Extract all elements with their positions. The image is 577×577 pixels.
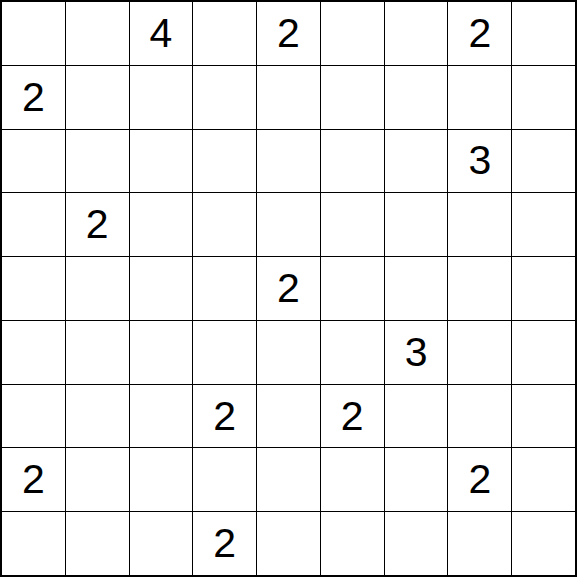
clue-cell-r2c1: 2 xyxy=(2,66,65,129)
empty-cell-r5c3[interactable] xyxy=(130,257,193,320)
empty-cell-r4c7[interactable] xyxy=(385,193,448,256)
empty-cell-r5c8[interactable] xyxy=(448,257,511,320)
empty-cell-r9c3[interactable] xyxy=(130,512,193,575)
empty-cell-r2c4[interactable] xyxy=(193,66,256,129)
clue-cell-r3c8: 3 xyxy=(448,130,511,193)
empty-cell-r5c6[interactable] xyxy=(321,257,384,320)
empty-cell-r8c6[interactable] xyxy=(321,448,384,511)
clue-cell-r1c3: 4 xyxy=(130,2,193,65)
empty-cell-r3c4[interactable] xyxy=(193,130,256,193)
clue-cell-r1c5: 2 xyxy=(257,2,320,65)
empty-cell-r1c1[interactable] xyxy=(2,2,65,65)
empty-cell-r3c7[interactable] xyxy=(385,130,448,193)
empty-cell-r1c4[interactable] xyxy=(193,2,256,65)
empty-cell-r4c4[interactable] xyxy=(193,193,256,256)
empty-cell-r6c6[interactable] xyxy=(321,321,384,384)
empty-cell-r7c8[interactable] xyxy=(448,385,511,448)
empty-cell-r8c2[interactable] xyxy=(66,448,129,511)
empty-cell-r2c9[interactable] xyxy=(512,66,575,129)
empty-cell-r6c4[interactable] xyxy=(193,321,256,384)
empty-cell-r8c3[interactable] xyxy=(130,448,193,511)
empty-cell-r1c2[interactable] xyxy=(66,2,129,65)
empty-cell-r2c5[interactable] xyxy=(257,66,320,129)
clue-cell-r1c8: 2 xyxy=(448,2,511,65)
empty-cell-r4c9[interactable] xyxy=(512,193,575,256)
empty-cell-r3c9[interactable] xyxy=(512,130,575,193)
empty-cell-r9c9[interactable] xyxy=(512,512,575,575)
empty-cell-r9c6[interactable] xyxy=(321,512,384,575)
empty-cell-r5c2[interactable] xyxy=(66,257,129,320)
empty-cell-r9c2[interactable] xyxy=(66,512,129,575)
empty-cell-r3c2[interactable] xyxy=(66,130,129,193)
empty-cell-r6c1[interactable] xyxy=(2,321,65,384)
empty-cell-r4c5[interactable] xyxy=(257,193,320,256)
empty-cell-r9c1[interactable] xyxy=(2,512,65,575)
empty-cell-r4c3[interactable] xyxy=(130,193,193,256)
empty-cell-r4c6[interactable] xyxy=(321,193,384,256)
empty-cell-r1c6[interactable] xyxy=(321,2,384,65)
empty-cell-r4c8[interactable] xyxy=(448,193,511,256)
empty-cell-r7c3[interactable] xyxy=(130,385,193,448)
empty-cell-r5c4[interactable] xyxy=(193,257,256,320)
clue-cell-r9c4: 2 xyxy=(193,512,256,575)
empty-cell-r7c1[interactable] xyxy=(2,385,65,448)
empty-cell-r3c1[interactable] xyxy=(2,130,65,193)
empty-cell-r3c3[interactable] xyxy=(130,130,193,193)
empty-cell-r2c6[interactable] xyxy=(321,66,384,129)
clue-cell-r6c7: 3 xyxy=(385,321,448,384)
empty-cell-r7c7[interactable] xyxy=(385,385,448,448)
empty-cell-r5c9[interactable] xyxy=(512,257,575,320)
empty-cell-r8c4[interactable] xyxy=(193,448,256,511)
empty-cell-r7c9[interactable] xyxy=(512,385,575,448)
empty-cell-r6c2[interactable] xyxy=(66,321,129,384)
empty-cell-r5c7[interactable] xyxy=(385,257,448,320)
empty-cell-r4c1[interactable] xyxy=(2,193,65,256)
clue-cell-r8c8: 2 xyxy=(448,448,511,511)
empty-cell-r9c8[interactable] xyxy=(448,512,511,575)
clue-cell-r7c6: 2 xyxy=(321,385,384,448)
empty-cell-r8c9[interactable] xyxy=(512,448,575,511)
empty-cell-r7c2[interactable] xyxy=(66,385,129,448)
minesweeper-board: 4222322322222 xyxy=(0,0,577,577)
empty-cell-r9c7[interactable] xyxy=(385,512,448,575)
empty-cell-r8c7[interactable] xyxy=(385,448,448,511)
clue-cell-r8c1: 2 xyxy=(2,448,65,511)
empty-cell-r2c3[interactable] xyxy=(130,66,193,129)
empty-cell-r6c8[interactable] xyxy=(448,321,511,384)
empty-cell-r2c8[interactable] xyxy=(448,66,511,129)
empty-cell-r1c7[interactable] xyxy=(385,2,448,65)
empty-cell-r3c5[interactable] xyxy=(257,130,320,193)
clue-cell-r7c4: 2 xyxy=(193,385,256,448)
empty-cell-r3c6[interactable] xyxy=(321,130,384,193)
empty-cell-r8c5[interactable] xyxy=(257,448,320,511)
empty-cell-r9c5[interactable] xyxy=(257,512,320,575)
empty-cell-r5c1[interactable] xyxy=(2,257,65,320)
empty-cell-r6c3[interactable] xyxy=(130,321,193,384)
empty-cell-r7c5[interactable] xyxy=(257,385,320,448)
empty-cell-r6c5[interactable] xyxy=(257,321,320,384)
empty-cell-r6c9[interactable] xyxy=(512,321,575,384)
empty-cell-r1c9[interactable] xyxy=(512,2,575,65)
clue-cell-r5c5: 2 xyxy=(257,257,320,320)
empty-cell-r2c2[interactable] xyxy=(66,66,129,129)
minesweeper-board-wrap: 4222322322222 xyxy=(0,0,577,577)
empty-cell-r2c7[interactable] xyxy=(385,66,448,129)
clue-cell-r4c2: 2 xyxy=(66,193,129,256)
